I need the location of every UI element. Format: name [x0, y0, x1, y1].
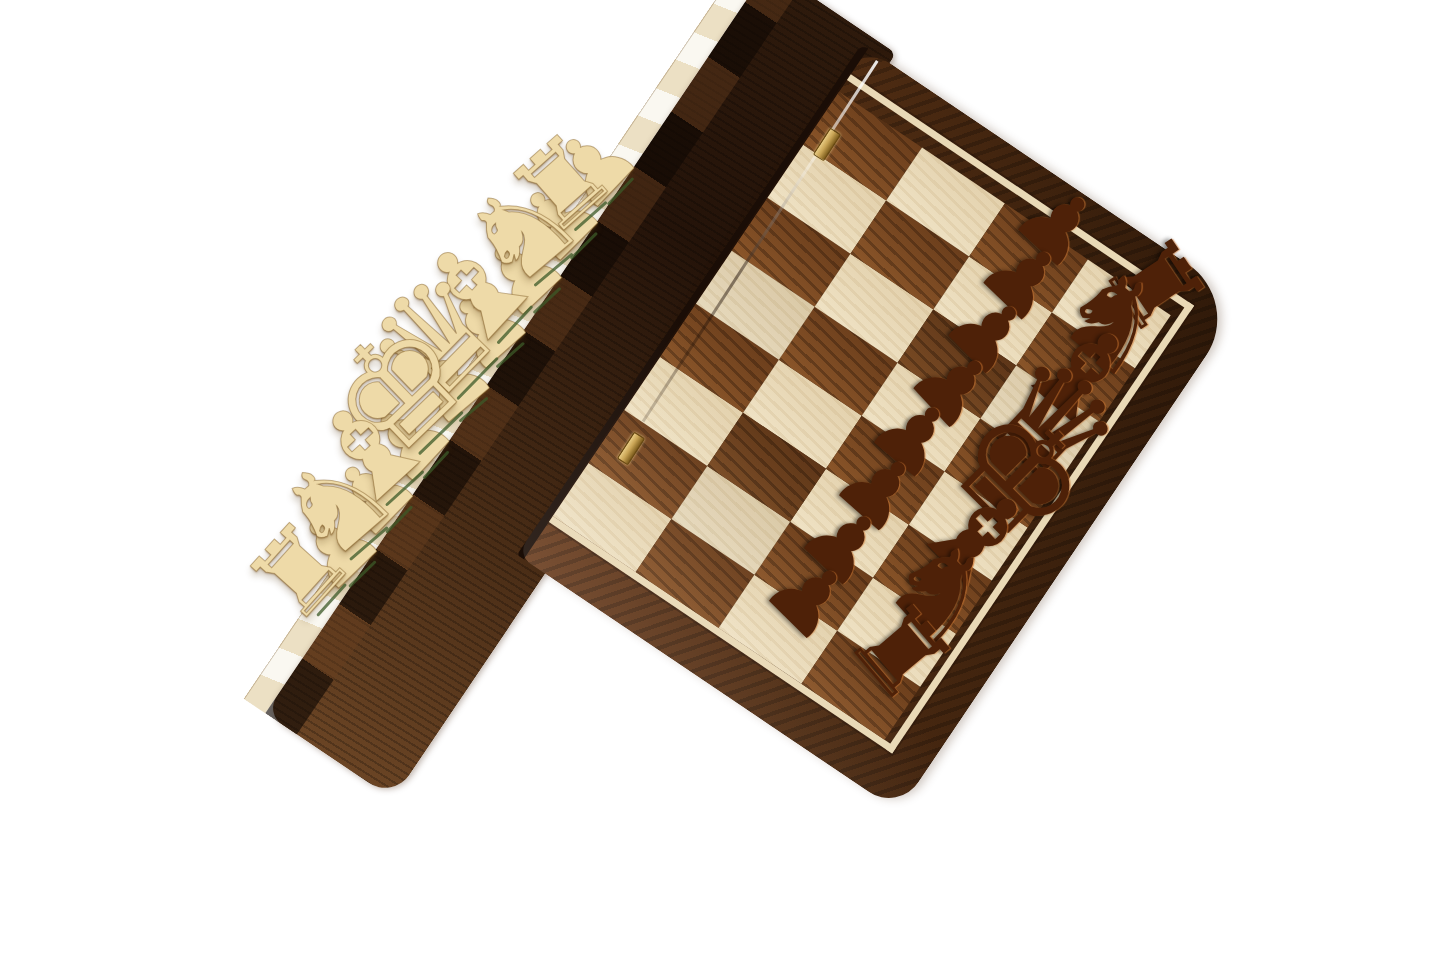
product-photo-scene: ♜♞♝♚♛♝♞♜♟♟♟♟♟♟♟♟ ♜♞♝♚♛♝♞♜♟♟♟♟♟♟♟♟	[0, 0, 1445, 963]
